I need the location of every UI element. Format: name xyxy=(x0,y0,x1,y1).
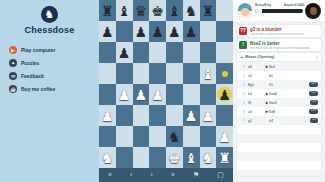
eval-bar-white-segment xyxy=(255,9,262,13)
blunder-alert: ?? g3 is a blunder You missed a chance t… xyxy=(237,25,321,37)
square-e6[interactable] xyxy=(166,42,183,63)
piece-black-b-e8[interactable]: ♝ xyxy=(166,0,183,21)
sidebar-item-label: Buy me coffee xyxy=(21,86,55,92)
move-number: 3 xyxy=(237,83,245,87)
first-move-icon[interactable]: « xyxy=(108,168,112,182)
white-move[interactable]: g3 xyxy=(248,119,265,123)
piece-white-p-f3[interactable]: ♟ xyxy=(183,105,200,126)
black-move[interactable]: Kd8 xyxy=(269,110,284,114)
white-move[interactable]: d4 xyxy=(248,65,265,69)
white-move[interactable]: a3 xyxy=(248,110,265,114)
square-d3[interactable] xyxy=(149,105,166,126)
square-b1[interactable] xyxy=(116,147,133,168)
square-h6[interactable] xyxy=(216,42,233,63)
player-name-left: BunnyKing xyxy=(255,3,271,7)
square-a2[interactable] xyxy=(99,126,116,147)
square-h5[interactable] xyxy=(216,63,233,84)
square-f3[interactable]: ♟ xyxy=(183,105,200,126)
blunder-icon: ?? xyxy=(239,27,247,35)
sidebar: ♞ Chessdose ▶Play computer✦Puzzles✉Feedb… xyxy=(0,0,99,182)
piece-black-r-g8[interactable]: ♜ xyxy=(200,0,217,21)
square-a1[interactable]: ♞ xyxy=(99,147,116,168)
square-c4[interactable]: ♟ xyxy=(133,84,150,105)
square-g6[interactable] xyxy=(200,42,217,63)
square-h4[interactable]: ♟ xyxy=(216,84,233,105)
move-list-title: Moves (Opening) xyxy=(245,55,315,59)
piece-black-n-e2[interactable]: ♞ xyxy=(166,126,183,147)
square-a3[interactable]: ♟ xyxy=(99,105,116,126)
move-list-menu-icon[interactable]: ≡ xyxy=(316,55,318,60)
piece-black-b-b8[interactable]: ♝ xyxy=(116,0,133,21)
move-list-card: ✦ Moves (Opening) ≡ 1d4♞Nc62c4b63Bg5h5+0… xyxy=(237,53,321,176)
square-g7[interactable] xyxy=(200,21,217,42)
player-avatar-left xyxy=(237,3,253,19)
player-avatar-right xyxy=(305,3,321,19)
play-icon: ▶ xyxy=(9,46,17,54)
piece-white-p-g3[interactable]: ♟ xyxy=(200,105,217,126)
move-row-7[interactable]: 7g3h4-3.2 xyxy=(237,116,321,125)
square-a7[interactable]: ♟ xyxy=(99,21,116,42)
square-c5[interactable] xyxy=(133,63,150,84)
square-c3[interactable] xyxy=(133,105,150,126)
square-e8[interactable]: ♝ xyxy=(166,0,183,21)
logo-knight-icon: ♞ xyxy=(41,6,58,23)
square-c8[interactable]: ♛ xyxy=(133,0,150,21)
piece-white-n-g1[interactable]: ♞ xyxy=(200,147,217,168)
square-f5[interactable] xyxy=(183,63,200,84)
piece-white-b-g5[interactable]: ♝ xyxy=(200,63,217,84)
white-move[interactable]: f3 xyxy=(248,101,265,105)
square-e4[interactable] xyxy=(166,84,183,105)
square-e7[interactable]: ♟ xyxy=(166,21,183,42)
stop-icon[interactable]: ▢ xyxy=(217,168,224,182)
white-move[interactable]: Bg5 xyxy=(248,83,265,87)
square-b3[interactable] xyxy=(116,105,133,126)
sidebar-item-puzzles[interactable]: ✦Puzzles xyxy=(9,57,55,68)
square-b4[interactable]: ♟ xyxy=(116,84,133,105)
sidebar-menu: ▶Play computer✦Puzzles✉Feedback☕Buy me c… xyxy=(9,44,55,96)
move-number: 5 xyxy=(237,101,245,105)
square-d4[interactable]: ♟ xyxy=(149,84,166,105)
piece-white-r-h1[interactable]: ♜ xyxy=(216,147,233,168)
square-h7[interactable] xyxy=(216,21,233,42)
better-move-title: Nxe2 is better xyxy=(250,41,280,46)
move-row-5[interactable]: 5f3♞Nxe2-0.4 xyxy=(237,98,321,107)
eval-badge: -0.4 xyxy=(310,100,318,105)
better-move-alert: ! Nxe2 is better This move wins the knig… xyxy=(237,39,321,51)
piece-black-q-c8[interactable]: ♛ xyxy=(133,0,150,21)
square-h2[interactable]: ♟ xyxy=(216,126,233,147)
feedback-icon: ✉ xyxy=(9,72,17,80)
square-d5[interactable] xyxy=(149,63,166,84)
piece-black-r-a8[interactable]: ♜ xyxy=(99,0,116,21)
piece-black-p-c7[interactable]: ♟ xyxy=(133,21,150,42)
square-e1[interactable]: ♚ xyxy=(166,147,183,168)
move-list-header: ✦ Moves (Opening) ≡ xyxy=(237,53,321,62)
square-a8[interactable]: ♜ xyxy=(99,0,116,21)
black-move[interactable]: h4 xyxy=(269,119,284,123)
black-move[interactable]: Nxe2 xyxy=(269,101,284,105)
square-a4[interactable] xyxy=(99,84,116,105)
eval-badge: +0.8 xyxy=(309,82,318,87)
square-g2[interactable] xyxy=(200,126,217,147)
square-b7[interactable] xyxy=(116,21,133,42)
square-g8[interactable]: ♜ xyxy=(200,0,217,21)
square-f6[interactable] xyxy=(183,42,200,63)
black-move[interactable]: Nc6 xyxy=(269,65,284,69)
square-h3[interactable] xyxy=(216,105,233,126)
move-number: 1 xyxy=(237,65,245,69)
square-d6[interactable] xyxy=(149,42,166,63)
piece-white-p-h2[interactable]: ♟ xyxy=(216,126,233,147)
move-row-6[interactable]: 6a3♚Kd8+1.6 xyxy=(237,107,321,116)
avatar-face xyxy=(310,7,317,15)
square-d1[interactable] xyxy=(149,147,166,168)
square-g1[interactable]: ♞ xyxy=(200,147,217,168)
white-move[interactable]: b4 xyxy=(248,92,265,96)
players-header: BunnyKing Aayansh (646) xyxy=(233,0,325,23)
piece-white-b-f1[interactable]: ♝ xyxy=(183,147,200,168)
square-b6[interactable]: ♟ xyxy=(116,42,133,63)
black-move[interactable]: b6 xyxy=(269,74,284,78)
square-g5[interactable]: ♝ xyxy=(200,63,217,84)
blunder-subtitle: You missed a chance to win material with… xyxy=(250,33,319,36)
square-b2[interactable] xyxy=(116,126,133,147)
last-move-icon[interactable]: » xyxy=(171,168,175,182)
puzzle-icon: ✦ xyxy=(9,59,17,67)
chessdose-app: ♞ Chessdose ▶Play computer✦Puzzles✉Feedb… xyxy=(0,0,325,182)
square-g3[interactable]: ♟ xyxy=(200,105,217,126)
square-f4[interactable] xyxy=(183,84,200,105)
square-d2[interactable] xyxy=(149,126,166,147)
black-move[interactable]: Nxd4 xyxy=(269,92,284,96)
sidebar-item-play-computer[interactable]: ▶Play computer xyxy=(9,44,55,55)
black-move[interactable]: h5 xyxy=(269,83,284,87)
better-move-subtitle: This move wins the knight and keeps the … xyxy=(250,47,319,50)
move-row-3[interactable]: 3Bg5h5+0.8 xyxy=(237,80,321,89)
piece-white-p-b4[interactable]: ♟ xyxy=(116,84,133,105)
better-move-icon: ! xyxy=(239,41,247,49)
hint-dot xyxy=(222,71,228,77)
move-row-4[interactable]: 4b4♞Nxd4+2.1 xyxy=(237,89,321,98)
piece-white-p-a3[interactable]: ♟ xyxy=(99,105,116,126)
square-b5[interactable] xyxy=(116,63,133,84)
eval-badge: +2.1 xyxy=(309,91,318,96)
move-row-2[interactable]: 2c4b6 xyxy=(237,71,321,80)
chess-board[interactable]: ♜♝♛♚♝♞♜♟♟♟♟♟♟♝♟♟♟♟♟♟♟♞♟♞♚♝♞♜ xyxy=(99,0,233,168)
sidebar-item-label: Feedback xyxy=(21,73,44,79)
square-a6[interactable] xyxy=(99,42,116,63)
board-controls: «‹›»⚑▢ xyxy=(99,168,233,182)
sidebar-item-label: Puzzles xyxy=(21,60,39,66)
sidebar-item-feedback[interactable]: ✉Feedback xyxy=(9,70,55,81)
brand-name: Chessdose xyxy=(0,25,99,35)
square-f1[interactable]: ♝ xyxy=(183,147,200,168)
move-number: 6 xyxy=(237,110,245,114)
move-number: 2 xyxy=(237,74,245,78)
piece-black-n-f8[interactable]: ♞ xyxy=(183,0,200,21)
square-c1[interactable] xyxy=(133,147,150,168)
piece-black-p-f7[interactable]: ♟ xyxy=(183,21,200,42)
eval-bar xyxy=(255,9,303,13)
piece-black-p-e7[interactable]: ♟ xyxy=(166,21,183,42)
square-f2[interactable] xyxy=(183,126,200,147)
square-e5[interactable] xyxy=(166,63,183,84)
square-c2[interactable] xyxy=(133,126,150,147)
eval-badge: -3.2 xyxy=(310,118,318,123)
sidebar-item-buy-me-coffee[interactable]: ☕Buy me coffee xyxy=(9,83,55,94)
piece-white-k-e1[interactable]: ♚ xyxy=(166,147,183,168)
move-row-1[interactable]: 1d4♞Nc6 xyxy=(237,62,321,71)
flag-resign-icon[interactable]: ⚑ xyxy=(193,168,199,182)
square-c7[interactable]: ♟ xyxy=(133,21,150,42)
piece-black-p-d7[interactable]: ♟ xyxy=(149,21,166,42)
piece-black-k-d8[interactable]: ♚ xyxy=(149,0,166,21)
square-e3[interactable] xyxy=(166,105,183,126)
piece-black-p-h4[interactable]: ♟ xyxy=(216,84,233,105)
piece-white-p-d4[interactable]: ♟ xyxy=(149,84,166,105)
move-rows: 1d4♞Nc62c4b63Bg5h5+0.84b4♞Nxd4+2.15f3♞Nx… xyxy=(237,62,321,125)
square-d7[interactable]: ♟ xyxy=(149,21,166,42)
square-b8[interactable]: ♝ xyxy=(116,0,133,21)
piece-white-n-a1[interactable]: ♞ xyxy=(99,147,116,168)
move-number: 4 xyxy=(237,92,245,96)
piece-black-p-a7[interactable]: ♟ xyxy=(99,21,116,42)
analysis-panel: BunnyKing Aayansh (646) ?? g3 is a blund… xyxy=(233,0,325,182)
square-e2[interactable]: ♞ xyxy=(166,126,183,147)
coffee-icon: ☕ xyxy=(9,85,17,93)
square-g4[interactable] xyxy=(200,84,217,105)
moves-icon: ✦ xyxy=(240,55,243,60)
eval-badge: +1.6 xyxy=(309,109,318,114)
piece-white-p-c4[interactable]: ♟ xyxy=(133,84,150,105)
square-f8[interactable]: ♞ xyxy=(183,0,200,21)
piece-black-p-b6[interactable]: ♟ xyxy=(116,42,133,63)
move-number: 7 xyxy=(237,119,245,123)
avatar-face xyxy=(241,8,249,16)
next-move-icon[interactable]: › xyxy=(150,168,152,182)
blunder-title: g3 is a blunder xyxy=(250,27,282,32)
square-f7[interactable]: ♟ xyxy=(183,21,200,42)
logo[interactable]: ♞ Chessdose xyxy=(0,4,99,35)
white-move[interactable]: c4 xyxy=(248,74,265,78)
square-h8[interactable] xyxy=(216,0,233,21)
sidebar-item-label: Play computer xyxy=(21,47,55,53)
square-a5[interactable] xyxy=(99,63,116,84)
square-c6[interactable] xyxy=(133,42,150,63)
square-d8[interactable]: ♚ xyxy=(149,0,166,21)
player-name-right: Aayansh (646) xyxy=(284,3,304,7)
prev-move-icon[interactable]: ‹ xyxy=(130,168,132,182)
square-h1[interactable]: ♜ xyxy=(216,147,233,168)
